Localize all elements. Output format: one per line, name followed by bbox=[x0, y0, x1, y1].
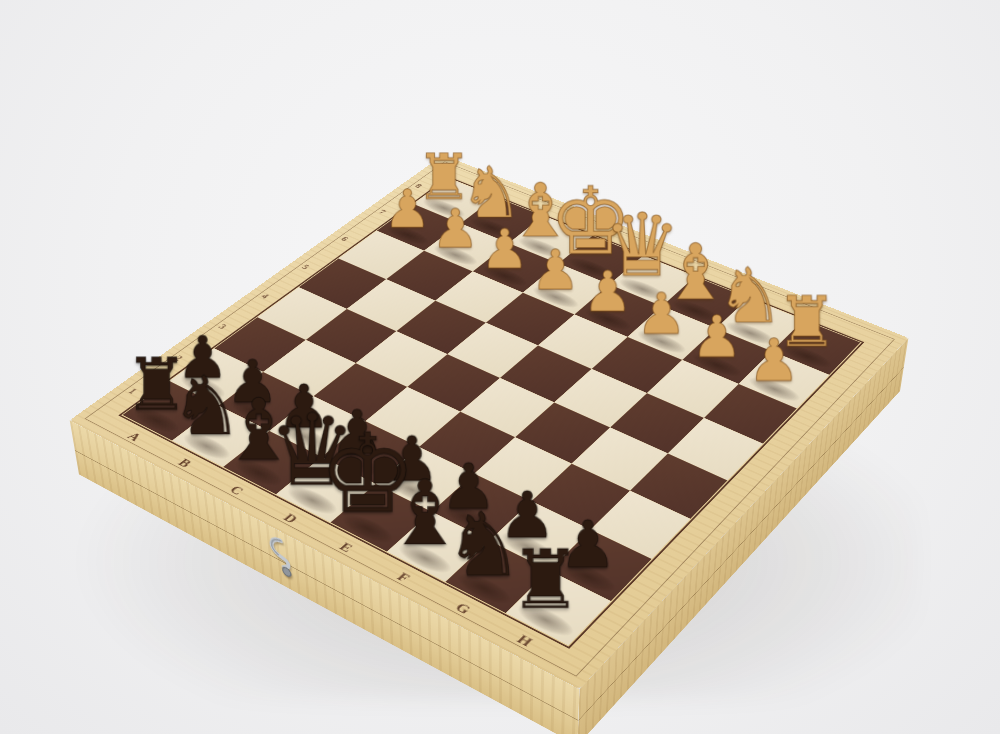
piece-white-pawn-h7[interactable]: ♟ bbox=[724, 248, 825, 389]
piece-black-rook-h1[interactable]: ♜ bbox=[488, 459, 603, 621]
scene: ABCDEFGH87654321♜♞♝♚♛♝♞♜♟♟♟♟♟♟♟♟♟♟♟♟♟♟♟♟… bbox=[0, 0, 1000, 734]
metal-clasp-icon bbox=[261, 527, 297, 583]
